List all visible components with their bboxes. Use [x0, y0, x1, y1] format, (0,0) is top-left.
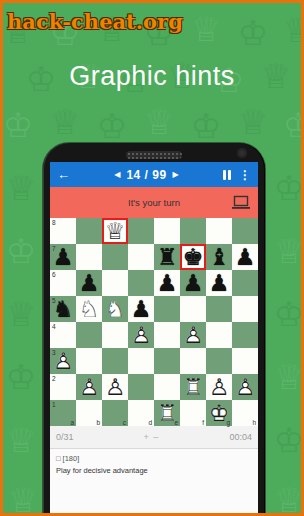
back-button[interactable]: ← — [57, 162, 70, 187]
square-b6[interactable]: ♟ — [76, 270, 102, 296]
square-e5[interactable] — [154, 296, 180, 322]
pattern-crown-icon: ♔ — [6, 357, 36, 397]
file-label: g — [226, 419, 230, 426]
square-b1[interactable]: b — [76, 400, 102, 426]
square-c5[interactable]: ♞♘ — [102, 296, 128, 322]
pattern-crown-icon: ♕ — [274, 231, 304, 271]
pattern-crown-icon: ♔ — [238, 13, 268, 53]
square-g3[interactable] — [206, 348, 232, 374]
square-d2[interactable] — [128, 374, 154, 400]
square-a7[interactable]: 7♟ — [50, 244, 76, 270]
turn-label: It's your turn — [128, 197, 180, 208]
square-f4[interactable]: ♟♙ — [180, 322, 206, 348]
square-d1[interactable]: d — [128, 400, 154, 426]
move-scrubber[interactable]: + – — [144, 432, 160, 442]
pattern-crown-icon: ♔ — [274, 168, 304, 208]
square-f3[interactable] — [180, 348, 206, 374]
square-c4[interactable] — [102, 322, 128, 348]
pattern-crown-icon: ♔ — [283, 105, 304, 145]
square-g8[interactable] — [206, 218, 232, 244]
puzzle-info: □ [180] Play for decisive advantage — [50, 449, 258, 516]
square-b4[interactable] — [76, 322, 102, 348]
square-g7[interactable]: ♝ — [206, 244, 232, 270]
chess-board: 8♛♕7♟♜♚♝♟6♟♟♟♟5♞♞♘♞♘♟4♟♙♟♙3♟♙2♟♙♟♙♜♖♟♙♟♙… — [50, 218, 258, 426]
pattern-crown-icon: ♔ — [6, 231, 36, 271]
pattern-crown-icon: ♕ — [283, 10, 304, 50]
black-bishop: ♝ — [206, 244, 232, 270]
black-pawn: ♟ — [232, 244, 258, 270]
pattern-crown-icon: ♕ — [50, 102, 80, 142]
rank-label: 1 — [52, 401, 56, 408]
pattern-crown-icon: ♕ — [8, 480, 38, 516]
rank-label: 6 — [52, 271, 56, 278]
square-d3[interactable] — [128, 348, 154, 374]
status-bar: 0/31 + – 00:04 — [50, 426, 258, 449]
square-b3[interactable] — [76, 348, 102, 374]
square-h3[interactable] — [232, 348, 258, 374]
square-b8[interactable] — [76, 218, 102, 244]
file-label: a — [70, 419, 74, 426]
square-d4[interactable]: ♟♙ — [128, 322, 154, 348]
overflow-menu-button[interactable]: ⋮ — [239, 168, 251, 182]
white-knight: ♞♘ — [76, 296, 102, 322]
square-f6[interactable]: ♟ — [180, 270, 206, 296]
square-a5[interactable]: 5♞ — [50, 296, 76, 322]
pattern-crown-icon: ♔ — [3, 105, 33, 145]
white-pawn: ♟♙ — [76, 374, 102, 400]
square-d6[interactable] — [128, 270, 154, 296]
pattern-crown-icon: ♕ — [274, 357, 304, 397]
square-f8[interactable] — [180, 218, 206, 244]
phone-screen: ← ◀ 14 / 99 ▶ ⋮ It's your turn 8 — [50, 162, 258, 516]
square-a6[interactable]: 6 — [50, 270, 76, 296]
square-c7[interactable] — [102, 244, 128, 270]
square-a3[interactable]: 3♟♙ — [50, 348, 76, 374]
pattern-crown-icon: ♔ — [97, 106, 127, 146]
rank-label: 3 — [52, 349, 56, 356]
square-h6[interactable] — [232, 270, 258, 296]
square-e4[interactable] — [154, 322, 180, 348]
square-e6[interactable]: ♟ — [154, 270, 180, 296]
square-e2[interactable] — [154, 374, 180, 400]
square-c8[interactable]: ♛♕ — [102, 218, 128, 244]
app-bar: ← ◀ 14 / 99 ▶ ⋮ — [50, 162, 258, 187]
square-f2[interactable]: ♜♖ — [180, 374, 206, 400]
square-h4[interactable] — [232, 322, 258, 348]
white-knight: ♞♘ — [102, 296, 128, 322]
square-a4[interactable]: 4 — [50, 322, 76, 348]
square-c1[interactable]: c — [102, 400, 128, 426]
square-b5[interactable]: ♞♘ — [76, 296, 102, 322]
black-rook: ♜ — [154, 244, 180, 270]
white-pawn: ♟♙ — [206, 374, 232, 400]
file-label: c — [123, 419, 126, 426]
file-label: d — [148, 419, 152, 426]
pattern-crown-icon: ♔ — [191, 106, 221, 146]
phone-mockup: ← ◀ 14 / 99 ▶ ⋮ It's your turn 8 — [43, 143, 265, 516]
previous-puzzle-button[interactable]: ◀ — [114, 170, 120, 179]
turn-banner: It's your turn — [50, 187, 258, 218]
square-e8[interactable] — [154, 218, 180, 244]
square-b2[interactable]: ♟♙ — [76, 374, 102, 400]
square-h2[interactable]: ♟♙ — [232, 374, 258, 400]
square-a2[interactable]: 2 — [50, 374, 76, 400]
page: ♕♔♕♔♕♔♕♔♕♔♕♔♕♔♕♔♕♔♕♔♕♔♔♕♕♔♔♕♕♔♕♕ hack-ch… — [0, 0, 304, 516]
white-pawn: ♟♙ — [102, 374, 128, 400]
square-a1[interactable]: 1a — [50, 400, 76, 426]
puzzle-counter: 14 / 99 — [126, 168, 166, 182]
computer-icon[interactable] — [231, 195, 251, 214]
square-c2[interactable]: ♟♙ — [102, 374, 128, 400]
watermark: hack-cheat.org — [7, 9, 183, 34]
puzzle-code-label: □ [180] — [56, 454, 252, 463]
pattern-crown-icon: ♕ — [6, 168, 36, 208]
file-label: e — [174, 419, 178, 426]
square-b7[interactable] — [76, 244, 102, 270]
square-c3[interactable] — [102, 348, 128, 374]
square-g6[interactable]: ♟ — [206, 270, 232, 296]
pattern-crown-icon: ♕ — [6, 420, 36, 460]
square-g5[interactable] — [206, 296, 232, 322]
rank-label: 5 — [52, 297, 56, 304]
square-e7[interactable]: ♜ — [154, 244, 180, 270]
pattern-crown-icon: ♔ — [274, 420, 304, 460]
black-king: ♚ — [180, 244, 206, 270]
progress-label: 0/31 — [56, 432, 74, 442]
square-g1[interactable]: g♚♔ — [206, 400, 232, 426]
rank-label: 8 — [52, 219, 56, 226]
pattern-crown-icon: ♕ — [238, 102, 268, 142]
black-pawn: ♟ — [154, 270, 180, 296]
rank-label: 2 — [52, 375, 56, 382]
timer-label: 00:04 — [229, 432, 252, 442]
pattern-crown-icon: ♕ — [144, 102, 174, 142]
square-f5[interactable] — [180, 296, 206, 322]
square-g4[interactable] — [206, 322, 232, 348]
page-title: Graphic hints — [3, 61, 301, 92]
white-queen: ♛♕ — [102, 218, 128, 244]
puzzle-goal-label: Play for decisive advantage — [56, 466, 252, 475]
square-g2[interactable]: ♟♙ — [206, 374, 232, 400]
pattern-crown-icon: ♕ — [191, 9, 221, 49]
pattern-crown-icon: ♕ — [6, 294, 36, 334]
square-f1[interactable]: f — [180, 400, 206, 426]
file-label: b — [96, 419, 100, 426]
square-d5[interactable]: ♟ — [128, 296, 154, 322]
square-h8[interactable] — [232, 218, 258, 244]
pattern-crown-icon: ♔ — [274, 294, 304, 334]
white-pawn: ♟♙ — [180, 322, 206, 348]
white-pawn: ♟♙ — [128, 322, 154, 348]
square-h1[interactable]: h — [232, 400, 258, 426]
black-pawn: ♟ — [206, 270, 232, 296]
white-pawn: ♟♙ — [232, 374, 258, 400]
next-puzzle-button[interactable]: ▶ — [173, 170, 179, 179]
camera-icon — [237, 148, 247, 158]
black-pawn: ♟ — [180, 270, 206, 296]
file-label: h — [252, 419, 256, 426]
file-label: f — [202, 419, 204, 426]
square-h7[interactable]: ♟ — [232, 244, 258, 270]
rank-label: 4 — [52, 323, 56, 330]
rank-label: 7 — [52, 245, 56, 252]
black-pawn: ♟ — [76, 270, 102, 296]
white-rook: ♜♖ — [180, 374, 206, 400]
square-f7[interactable]: ♚ — [180, 244, 206, 270]
speaker-grille-icon — [126, 151, 182, 159]
square-e1[interactable]: e♜♖ — [154, 400, 180, 426]
puzzle-navigation: ◀ 14 / 99 ▶ — [70, 168, 223, 182]
square-d8[interactable] — [128, 218, 154, 244]
square-h5[interactable] — [232, 296, 258, 322]
pattern-crown-icon: ♕ — [274, 480, 304, 516]
pause-button[interactable] — [223, 170, 231, 180]
square-d7[interactable] — [128, 244, 154, 270]
square-c6[interactable] — [102, 270, 128, 296]
square-e3[interactable] — [154, 348, 180, 374]
square-a8[interactable]: 8 — [50, 218, 76, 244]
black-pawn: ♟ — [128, 296, 154, 322]
